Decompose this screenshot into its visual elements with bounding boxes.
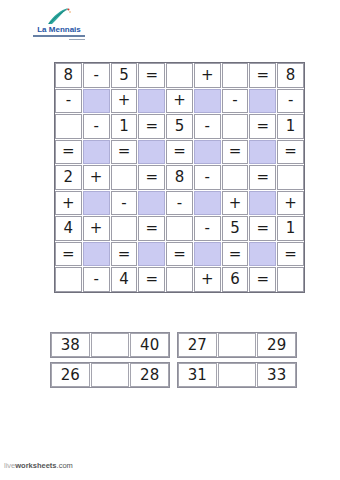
given-cell-r4c7: = [222,140,249,165]
footer-watermark: liveworksheets.com [4,461,73,470]
answer-cell-r3c7[interactable] [222,114,249,139]
given-cell-r8c7: = [222,242,249,267]
answer-cell-r7c5[interactable] [166,216,193,241]
given-cell-r1c8: = [249,63,276,88]
given-cell-r9c7: 6 [222,267,249,292]
missing-number-cell[interactable] [218,333,257,357]
blocked-cell-r2c4 [138,89,165,114]
blocked-cell-r4c4 [138,140,165,165]
given-cell-r3c9: 1 [277,114,304,139]
given-number: 33 [257,363,296,387]
number-box: 2729 [177,332,297,358]
given-number: 31 [178,363,217,387]
worksheet-page: La Mennais 8-5=+=8-++---1=5-=1=====2+=8-… [0,0,340,480]
given-cell-r2c9: - [277,89,304,114]
given-number: 27 [178,333,217,357]
given-cell-r5c8: = [249,165,276,190]
blocked-cell-r8c8 [249,242,276,267]
logo-subtitle-line-2 [69,39,85,41]
given-cell-r1c1: 8 [55,63,82,88]
blocked-cell-r2c6 [194,89,221,114]
logo-title: La Mennais [33,25,85,34]
answer-cell-r5c7[interactable] [222,165,249,190]
number-box: 3840 [50,332,170,358]
given-cell-r7c1: 4 [55,216,82,241]
given-cell-r5c1: 2 [55,165,82,190]
given-cell-r3c4: = [138,114,165,139]
given-cell-r6c7: + [222,191,249,216]
number-box: 2628 [50,362,170,388]
given-number: 29 [257,333,296,357]
given-cell-r6c3: - [111,191,138,216]
missing-number-cell[interactable] [91,363,130,387]
answer-cell-r9c1[interactable] [55,267,82,292]
blocked-cell-r6c6 [194,191,221,216]
feather-icon [47,8,71,25]
given-cell-r9c4: = [138,267,165,292]
blocked-cell-r2c8 [249,89,276,114]
missing-number-cell[interactable] [91,333,130,357]
given-cell-r8c3: = [111,242,138,267]
given-cell-r7c7: 5 [222,216,249,241]
given-cell-r1c3: 5 [111,63,138,88]
given-cell-r3c6: - [194,114,221,139]
given-cell-r1c2: - [83,63,110,88]
given-cell-r1c6: + [194,63,221,88]
blocked-cell-r8c2 [83,242,110,267]
given-cell-r5c4: = [138,165,165,190]
given-number: 40 [130,333,169,357]
given-cell-r9c2: - [83,267,110,292]
given-cell-r9c8: = [249,267,276,292]
given-cell-r8c1: = [55,242,82,267]
given-cell-r2c7: - [222,89,249,114]
answer-cell-r9c9[interactable] [277,267,304,292]
blocked-cell-r6c8 [249,191,276,216]
blocked-cell-r4c8 [249,140,276,165]
answer-cell-r1c5[interactable] [166,63,193,88]
given-cell-r6c9: + [277,191,304,216]
blocked-cell-r8c6 [194,242,221,267]
answer-cell-r5c3[interactable] [111,165,138,190]
given-cell-r8c5: = [166,242,193,267]
blocked-cell-r6c4 [138,191,165,216]
given-cell-r3c3: 1 [111,114,138,139]
given-cell-r4c3: = [111,140,138,165]
footer-domain: .com [57,461,73,470]
given-cell-r1c9: 8 [277,63,304,88]
given-cell-r3c2: - [83,114,110,139]
missing-number-cell[interactable] [218,363,257,387]
answer-cell-r9c5[interactable] [166,267,193,292]
logo-subtitle-line [33,35,85,37]
given-cell-r7c2: + [83,216,110,241]
given-cell-r4c5: = [166,140,193,165]
given-cell-r4c9: = [277,140,304,165]
math-crossword-grid: 8-5=+=8-++---1=5-=1=====2+=8-=+--++4+=-5… [54,62,305,293]
answer-cell-r7c3[interactable] [111,216,138,241]
given-number: 38 [51,333,90,357]
given-cell-r9c6: + [194,267,221,292]
number-boxes-right: 27293133 [177,332,297,392]
given-cell-r2c5: + [166,89,193,114]
given-cell-r6c1: + [55,191,82,216]
answer-cell-r5c9[interactable] [277,165,304,190]
blocked-cell-r6c2 [83,191,110,216]
blocked-cell-r4c6 [194,140,221,165]
given-cell-r7c6: - [194,216,221,241]
given-cell-r5c6: - [194,165,221,190]
given-cell-r5c2: + [83,165,110,190]
la-mennais-logo: La Mennais [33,8,85,40]
answer-cell-r1c7[interactable] [222,63,249,88]
given-cell-r6c5: - [166,191,193,216]
given-cell-r8c9: = [277,242,304,267]
answer-cell-r3c1[interactable] [55,114,82,139]
blocked-cell-r2c2 [83,89,110,114]
number-box: 3133 [177,362,297,388]
given-cell-r4c1: = [55,140,82,165]
number-boxes-left: 38402628 [50,332,170,392]
footer-worksheets: worksheets [15,461,56,470]
given-number: 26 [51,363,90,387]
footer-live: live [4,461,15,470]
given-cell-r3c5: 5 [166,114,193,139]
blocked-cell-r8c4 [138,242,165,267]
given-cell-r1c4: = [138,63,165,88]
given-cell-r9c3: 4 [111,267,138,292]
given-cell-r5c5: 8 [166,165,193,190]
given-cell-r7c4: = [138,216,165,241]
given-cell-r3c8: = [249,114,276,139]
given-cell-r2c3: + [111,89,138,114]
blocked-cell-r4c2 [83,140,110,165]
given-cell-r2c1: - [55,89,82,114]
given-number: 28 [130,363,169,387]
given-cell-r7c8: = [249,216,276,241]
given-cell-r7c9: 1 [277,216,304,241]
